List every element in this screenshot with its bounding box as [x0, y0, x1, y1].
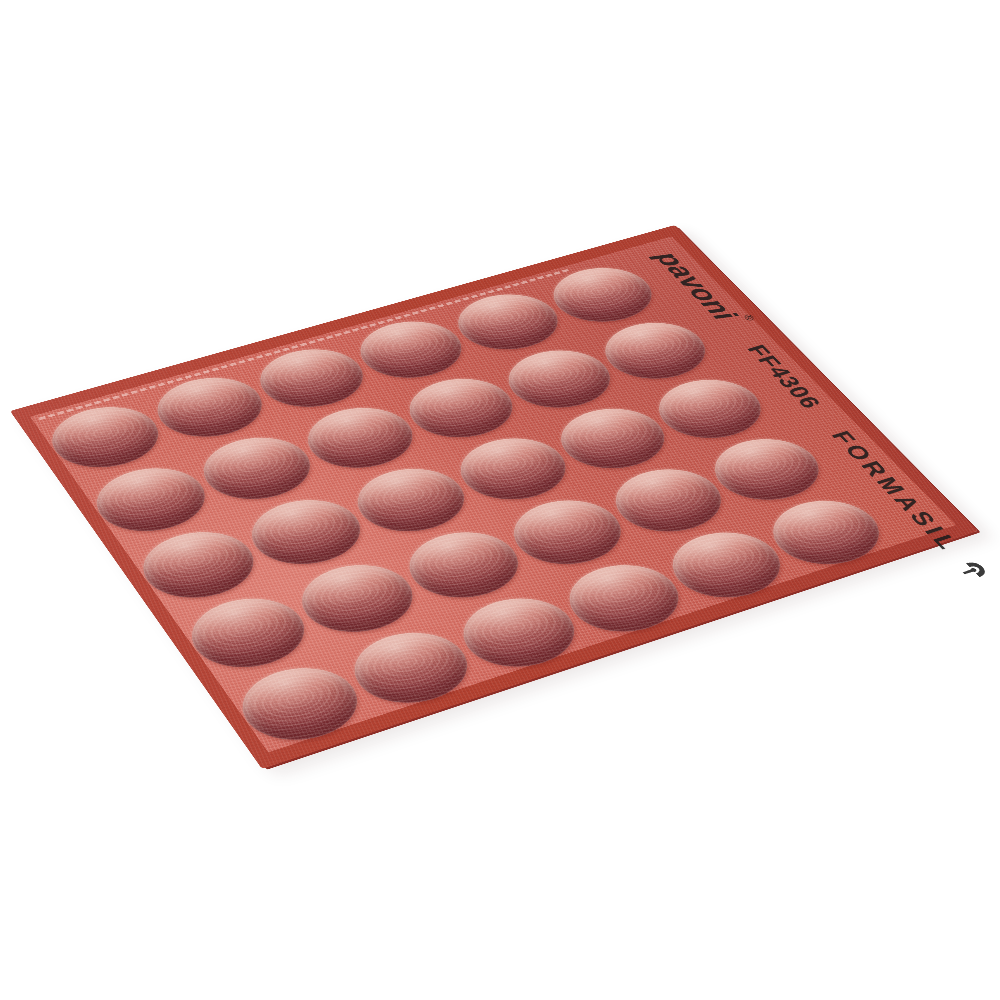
cavity	[37, 397, 174, 478]
cavity	[127, 521, 271, 610]
cavity-grid	[30, 236, 672, 416]
cavity	[187, 427, 326, 510]
silicone-mat: pavoni® FF4306 FORMASIL	[10, 225, 978, 769]
cavity	[81, 458, 222, 543]
cavity	[225, 656, 376, 753]
pavoni-logo-icon	[953, 558, 993, 583]
registered-trademark-icon: ®	[741, 313, 757, 322]
perforated-field: pavoni® FF4306 FORMASIL	[30, 236, 956, 752]
product-photo: pavoni® FF4306 FORMASIL	[0, 0, 1000, 1000]
cavity	[175, 587, 322, 680]
cavity	[142, 368, 278, 447]
brand-name: pavoni	[647, 249, 743, 324]
